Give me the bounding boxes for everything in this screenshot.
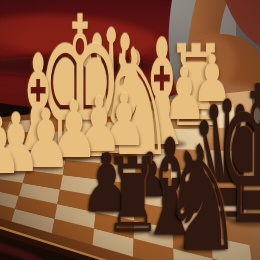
light-pawn: ♟ — [0, 107, 22, 185]
pieces-layer: ♜♟♟♝♛♞♚♝♟♟♟♟♟♟♟♛♚♟♜♝♞ — [0, 0, 260, 260]
dark-knight: ♞ — [162, 126, 243, 260]
chess-set-photo: ♜♟♟♝♛♞♚♝♟♟♟♟♟♟♟♛♚♟♜♝♞ — [0, 0, 260, 260]
